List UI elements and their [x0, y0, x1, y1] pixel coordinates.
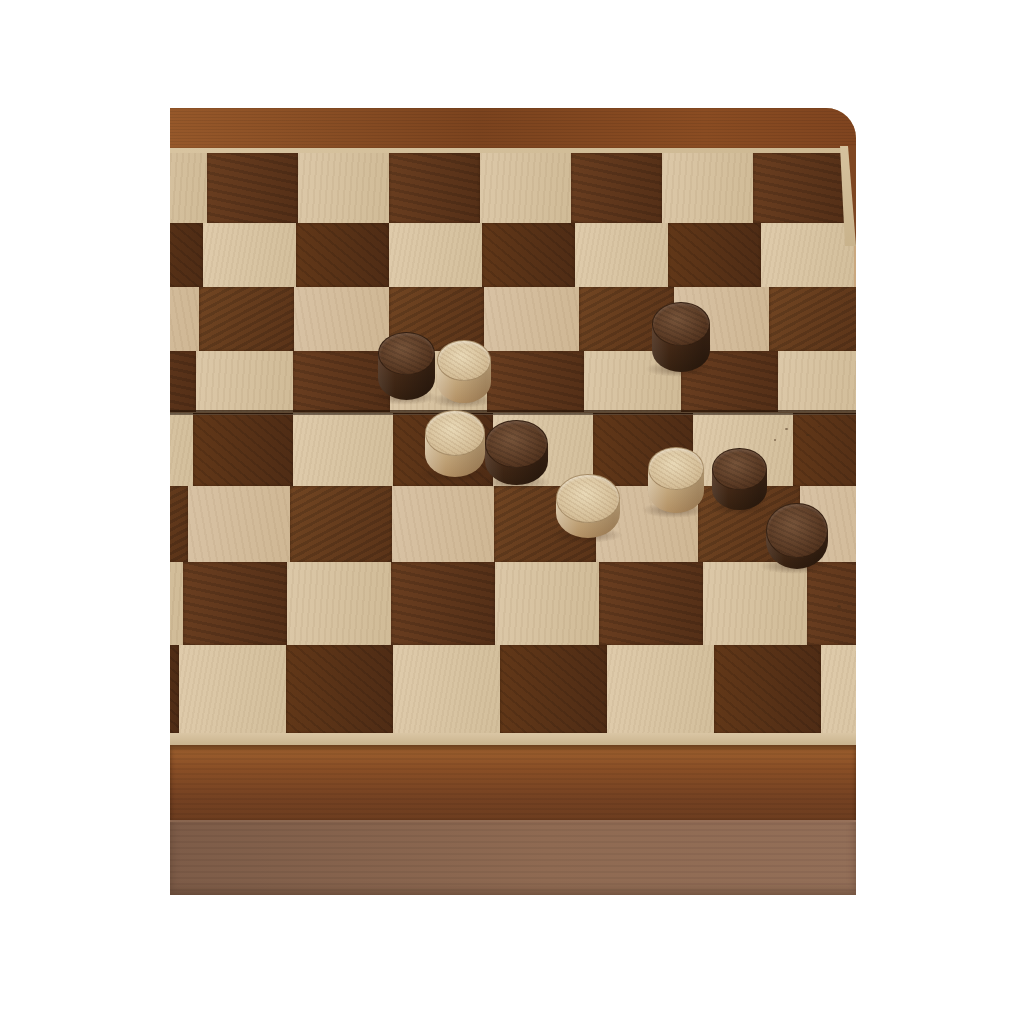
dust-speck	[785, 428, 788, 430]
square-r1-f3	[298, 153, 389, 223]
square-r2-f5	[482, 223, 575, 287]
square-r2-f6	[575, 223, 668, 287]
square-r5-f1	[170, 413, 193, 486]
square-r2-f2	[203, 223, 296, 287]
dark-checker-piece	[378, 332, 435, 400]
board-top-border	[170, 108, 856, 148]
square-r8-f5	[500, 645, 607, 733]
square-r3-f5	[484, 287, 579, 351]
box-top-edge	[170, 745, 856, 820]
dust-speck	[806, 434, 810, 436]
square-r7-f6	[599, 562, 703, 645]
square-r7-f4	[391, 562, 495, 645]
dark-checker-piece	[485, 420, 548, 485]
square-r3-f1	[170, 287, 199, 351]
square-r4-f2	[196, 351, 293, 412]
square-r7-f7	[703, 562, 807, 645]
square-r8-f6	[607, 645, 714, 733]
square-r8-f8	[821, 645, 856, 733]
square-r4-f1	[170, 351, 196, 412]
page-background: { "game": "checkers", "description": "Ov…	[0, 0, 1024, 1024]
square-r4-f5	[487, 351, 584, 412]
square-r6-f4	[392, 486, 494, 562]
board-rank-3	[170, 287, 856, 351]
square-r8-f2	[179, 645, 286, 733]
light-checker-piece	[556, 474, 620, 538]
square-r7-f1	[170, 562, 183, 645]
piece-top-face	[712, 448, 767, 490]
square-r7-f3	[287, 562, 391, 645]
square-r7-f2	[183, 562, 287, 645]
square-r7-f5	[495, 562, 599, 645]
square-r7-f8	[807, 562, 856, 645]
square-r6-f2	[188, 486, 290, 562]
light-checker-piece	[437, 340, 491, 403]
square-r1-f7	[662, 153, 753, 223]
dark-checker-piece	[766, 503, 828, 569]
piece-top-face	[556, 474, 620, 523]
square-r8-f4	[393, 645, 500, 733]
piece-top-face	[437, 340, 491, 381]
dust-speck	[774, 439, 776, 441]
square-r1-f1	[170, 153, 207, 223]
square-r2-f7	[668, 223, 761, 287]
square-r1-f2	[207, 153, 298, 223]
square-r1-f6	[571, 153, 662, 223]
square-r2-f3	[296, 223, 389, 287]
dark-checker-piece	[712, 448, 767, 510]
dust-speck	[837, 605, 841, 608]
piece-top-face	[485, 420, 548, 468]
square-r5-f2	[193, 413, 293, 486]
square-r5-f8	[793, 413, 856, 486]
square-r3-f2	[199, 287, 294, 351]
square-r2-f8	[761, 223, 854, 287]
dust-speck	[818, 426, 820, 427]
board-rank-4	[170, 351, 856, 412]
square-r1-f5	[480, 153, 571, 223]
board-rank-8	[170, 645, 856, 733]
square-r6-f3	[290, 486, 392, 562]
board-rank-1	[170, 153, 844, 223]
board-fold-seam	[170, 410, 856, 415]
piece-top-face	[652, 302, 710, 346]
board-inlay-margin-bottom	[170, 733, 856, 745]
dust-speck	[602, 701, 605, 703]
square-r4-f8	[778, 351, 856, 412]
light-checker-piece	[425, 410, 485, 477]
square-r5-f3	[293, 413, 393, 486]
square-r6-f1	[170, 486, 188, 562]
dark-checker-piece	[652, 302, 710, 372]
box-front-face	[170, 820, 856, 895]
square-r1-f8	[753, 153, 844, 223]
board-photo	[170, 108, 856, 895]
piece-top-face	[378, 332, 435, 375]
square-r3-f3	[294, 287, 389, 351]
piece-top-face	[425, 410, 485, 456]
square-r8-f1	[170, 645, 179, 733]
light-checker-piece	[648, 447, 704, 513]
square-r4-f3	[293, 351, 390, 412]
square-r3-f8	[769, 287, 856, 351]
piece-top-face	[766, 503, 828, 558]
square-r8-f7	[714, 645, 821, 733]
piece-top-face	[648, 447, 704, 490]
board-rank-7	[170, 562, 856, 645]
square-r2-f4	[389, 223, 482, 287]
square-r2-f1	[170, 223, 203, 287]
square-r1-f4	[389, 153, 480, 223]
square-r8-f3	[286, 645, 393, 733]
board-rank-2	[170, 223, 854, 287]
